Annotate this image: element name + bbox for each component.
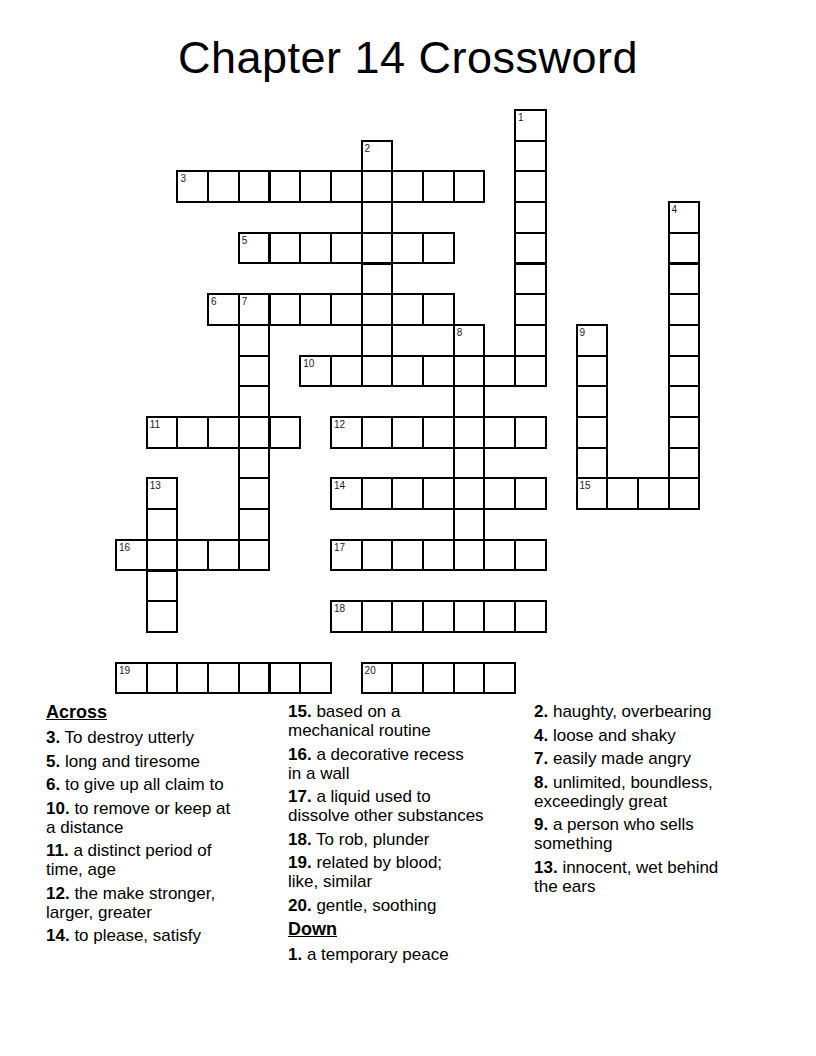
clue-number: 12.: [46, 884, 70, 903]
clue-across-19: 19. related by blood; like, similar: [288, 853, 550, 891]
grid-cell-r6c8[interactable]: [361, 293, 394, 326]
clue-text: the make stronger, larger, greater: [46, 884, 215, 922]
grid-cell-r8c9[interactable]: [391, 355, 424, 388]
cell-number-13: 13: [148, 479, 177, 491]
grid-cell-r12c12[interactable]: [483, 477, 516, 510]
grid-cell-r14c11[interactable]: [453, 539, 486, 572]
grid-cell-r18c9[interactable]: [391, 662, 424, 695]
grid-cell-r8c15[interactable]: [576, 355, 609, 388]
across-header: Across: [46, 702, 308, 723]
cell-number-5: 5: [240, 234, 269, 246]
clue-text: a liquid used to dissolve other substanc…: [288, 787, 484, 825]
grid-cell-r7c15[interactable]: 9: [576, 324, 609, 357]
grid-cell-r4c10[interactable]: [422, 232, 455, 265]
grid-cell-r14c2[interactable]: [176, 539, 209, 572]
grid-cell-r14c7[interactable]: 17: [330, 539, 363, 572]
grid-cell-r8c11[interactable]: [453, 355, 486, 388]
clue-number: 1.: [288, 945, 302, 964]
grid-cell-r11c15[interactable]: [576, 447, 609, 480]
grid-cell-r7c4[interactable]: [238, 324, 271, 357]
clue-text: To destroy utterly: [65, 728, 194, 747]
grid-cell-r12c8[interactable]: [361, 477, 394, 510]
grid-cell-r8c7[interactable]: [330, 355, 363, 388]
clue-across-10: 10. to remove or keep at a distance: [46, 799, 308, 837]
grid-cell-r10c18[interactable]: [668, 416, 701, 449]
grid-cell-r6c9[interactable]: [391, 293, 424, 326]
grid-cell-r5c8[interactable]: [361, 263, 394, 296]
grid-cell-r14c9[interactable]: [391, 539, 424, 572]
cell-number-15: 15: [578, 479, 607, 491]
grid-cell-r12c4[interactable]: [238, 477, 271, 510]
cell-number-16: 16: [117, 541, 146, 553]
clue-number: 5.: [46, 752, 60, 771]
grid-cell-r2c3[interactable]: [207, 170, 240, 203]
cell-number-2: 2: [363, 142, 392, 154]
grid-cell-r2c8[interactable]: [361, 170, 394, 203]
clue-text: a temporary peace: [307, 945, 449, 964]
grid-cell-r1c13[interactable]: [514, 140, 547, 173]
grid-cell-r10c9[interactable]: [391, 416, 424, 449]
crossword-grid: 1234567891011121314151617181920: [116, 110, 700, 694]
grid-cell-r4c4[interactable]: 5: [238, 232, 271, 265]
clue-down-2: 2. haughty, overbearing: [534, 702, 796, 721]
grid-cell-r9c18[interactable]: [668, 385, 701, 418]
grid-cell-r13c4[interactable]: [238, 508, 271, 541]
grid-cell-r7c18[interactable]: [668, 324, 701, 357]
clue-down-8: 8. unlimited, boundless, exceedingly gre…: [534, 773, 796, 811]
grid-cell-r4c8[interactable]: [361, 232, 394, 265]
cell-number-14: 14: [332, 479, 361, 491]
grid-cell-r5c13[interactable]: [514, 263, 547, 296]
clue-number: 6.: [46, 775, 60, 794]
cell-number-18: 18: [332, 602, 361, 614]
grid-cell-r14c8[interactable]: [361, 539, 394, 572]
grid-cell-r14c4[interactable]: [238, 539, 271, 572]
clue-number: 19.: [288, 853, 312, 872]
grid-cell-r12c7[interactable]: 14: [330, 477, 363, 510]
grid-cell-r2c7[interactable]: [330, 170, 363, 203]
grid-cell-r8c6[interactable]: 10: [299, 355, 332, 388]
grid-cell-r6c10[interactable]: [422, 293, 455, 326]
grid-cell-r10c15[interactable]: [576, 416, 609, 449]
grid-cell-r8c8[interactable]: [361, 355, 394, 388]
clue-number: 20.: [288, 896, 312, 915]
grid-cell-r16c12[interactable]: [483, 600, 516, 633]
clue-text: a person who sells something: [534, 815, 694, 853]
grid-cell-r18c4[interactable]: [238, 662, 271, 695]
grid-cell-r12c16[interactable]: [606, 477, 639, 510]
grid-cell-r12c13[interactable]: [514, 477, 547, 510]
grid-cell-r11c4[interactable]: [238, 447, 271, 480]
grid-cell-r9c15[interactable]: [576, 385, 609, 418]
grid-cell-r10c1[interactable]: 11: [146, 416, 179, 449]
grid-cell-r2c10[interactable]: [422, 170, 455, 203]
grid-cell-r7c13[interactable]: [514, 324, 547, 357]
clue-text: to please, satisfy: [74, 926, 201, 945]
cell-number-4: 4: [670, 203, 699, 215]
clue-text: haughty, overbearing: [553, 702, 711, 721]
clue-across-12: 12. the make stronger, larger, greater: [46, 884, 308, 922]
grid-cell-r18c10[interactable]: [422, 662, 455, 695]
cell-number-8: 8: [455, 326, 484, 338]
grid-cell-r16c7[interactable]: 18: [330, 600, 363, 633]
clue-number: 17.: [288, 787, 312, 806]
grid-cell-r4c13[interactable]: [514, 232, 547, 265]
grid-cell-r2c13[interactable]: [514, 170, 547, 203]
grid-cell-r10c5[interactable]: [269, 416, 302, 449]
grid-cell-r3c13[interactable]: [514, 201, 547, 234]
grid-cell-r8c13[interactable]: [514, 355, 547, 388]
grid-cell-r12c17[interactable]: [637, 477, 670, 510]
grid-cell-r10c12[interactable]: [483, 416, 516, 449]
cell-number-17: 17: [332, 541, 361, 553]
clue-across-15: 15. based on a mechanical routine: [288, 702, 550, 740]
grid-cell-r4c18[interactable]: [668, 232, 701, 265]
grid-cell-r7c8[interactable]: [361, 324, 394, 357]
grid-cell-r2c2[interactable]: 3: [176, 170, 209, 203]
clue-across-11: 11. a distinct period of time, age: [46, 841, 308, 879]
clue-number: 16.: [288, 745, 312, 764]
grid-cell-r10c7[interactable]: 12: [330, 416, 363, 449]
grid-cell-r10c2[interactable]: [176, 416, 209, 449]
grid-cell-r4c5[interactable]: [269, 232, 302, 265]
grid-cell-r7c11[interactable]: 8: [453, 324, 486, 357]
grid-cell-r6c18[interactable]: [668, 293, 701, 326]
grid-cell-r6c6[interactable]: [299, 293, 332, 326]
clue-number: 2.: [534, 702, 548, 721]
clue-column-1: Across3. To destroy utterly5. long and t…: [46, 702, 308, 950]
grid-cell-r11c18[interactable]: [668, 447, 701, 480]
clue-number: 8.: [534, 773, 548, 792]
grid-cell-r10c8[interactable]: [361, 416, 394, 449]
grid-cell-r16c13[interactable]: [514, 600, 547, 633]
grid-cell-r12c11[interactable]: [453, 477, 486, 510]
grid-cell-r18c11[interactable]: [453, 662, 486, 695]
grid-cell-r1c8[interactable]: 2: [361, 140, 394, 173]
grid-cell-r2c11[interactable]: [453, 170, 486, 203]
grid-cell-r2c6[interactable]: [299, 170, 332, 203]
clue-across-16: 16. a decorative recess in a wall: [288, 745, 550, 783]
grid-cell-r15c1[interactable]: [146, 570, 179, 603]
grid-cell-r13c11[interactable]: [453, 508, 486, 541]
grid-cell-r18c3[interactable]: [207, 662, 240, 695]
grid-cell-r8c12[interactable]: [483, 355, 516, 388]
clue-number: 10.: [46, 799, 70, 818]
grid-cell-r8c10[interactable]: [422, 355, 455, 388]
grid-cell-r18c5[interactable]: [269, 662, 302, 695]
grid-cell-r14c0[interactable]: 16: [115, 539, 148, 572]
grid-cell-r14c10[interactable]: [422, 539, 455, 572]
clue-down-13: 13. innocent, wet behind the ears: [534, 858, 796, 896]
grid-cell-r18c8[interactable]: 20: [361, 662, 394, 695]
grid-cell-r14c1[interactable]: [146, 539, 179, 572]
grid-cell-r6c3[interactable]: 6: [207, 293, 240, 326]
clue-across-6: 6. to give up all claim to: [46, 775, 308, 794]
grid-cell-r16c9[interactable]: [391, 600, 424, 633]
clue-text: easily made angry: [553, 749, 691, 768]
cell-number-7: 7: [240, 295, 269, 307]
grid-cell-r9c4[interactable]: [238, 385, 271, 418]
clue-number: 9.: [534, 815, 548, 834]
grid-cell-r13c1[interactable]: [146, 508, 179, 541]
grid-cell-r18c12[interactable]: [483, 662, 516, 695]
grid-cell-r11c11[interactable]: [453, 447, 486, 480]
grid-cell-r16c8[interactable]: [361, 600, 394, 633]
cell-number-11: 11: [148, 418, 177, 430]
clue-number: 4.: [534, 726, 548, 745]
clue-text: loose and shaky: [553, 726, 676, 745]
grid-cell-r4c6[interactable]: [299, 232, 332, 265]
cell-number-20: 20: [363, 664, 392, 676]
clue-across-18: 18. To rob, plunder: [288, 830, 550, 849]
grid-cell-r10c13[interactable]: [514, 416, 547, 449]
grid-cell-r2c9[interactable]: [391, 170, 424, 203]
cell-number-10: 10: [301, 357, 330, 369]
grid-cell-r14c12[interactable]: [483, 539, 516, 572]
grid-cell-r16c10[interactable]: [422, 600, 455, 633]
clue-text: unlimited, boundless, exceedingly great: [534, 773, 713, 811]
grid-cell-r6c13[interactable]: [514, 293, 547, 326]
clue-number: 11.: [46, 841, 69, 860]
clue-text: related by blood; like, similar: [288, 853, 442, 891]
grid-cell-r2c5[interactable]: [269, 170, 302, 203]
worksheet-page: Chapter 14 Crossword 1234567891011121314…: [0, 0, 816, 1056]
clue-across-3: 3. To destroy utterly: [46, 728, 308, 747]
grid-cell-r12c9[interactable]: [391, 477, 424, 510]
grid-cell-r12c18[interactable]: [668, 477, 701, 510]
clue-column-3: 2. haughty, overbearing4. loose and shak…: [534, 702, 796, 900]
down-header: Down: [288, 919, 550, 940]
grid-cell-r8c4[interactable]: [238, 355, 271, 388]
clue-number: 15.: [288, 702, 312, 721]
clue-down-4: 4. loose and shaky: [534, 726, 796, 745]
clue-text: to give up all claim to: [65, 775, 224, 794]
grid-cell-r6c7[interactable]: [330, 293, 363, 326]
grid-cell-r16c11[interactable]: [453, 600, 486, 633]
clue-text: a distinct period of time, age: [46, 841, 211, 879]
grid-cell-r14c13[interactable]: [514, 539, 547, 572]
clue-text: innocent, wet behind the ears: [534, 858, 718, 896]
grid-cell-r14c3[interactable]: [207, 539, 240, 572]
grid-cell-r6c4[interactable]: 7: [238, 293, 271, 326]
cell-number-3: 3: [178, 172, 207, 184]
grid-cell-r16c1[interactable]: [146, 600, 179, 633]
grid-cell-r5c18[interactable]: [668, 263, 701, 296]
clue-across-14: 14. to please, satisfy: [46, 926, 308, 945]
clue-down-1: 1. a temporary peace: [288, 945, 550, 964]
cell-number-9: 9: [578, 326, 607, 338]
grid-cell-r2c4[interactable]: [238, 170, 271, 203]
grid-cell-r12c15[interactable]: 15: [576, 477, 609, 510]
grid-cell-r4c7[interactable]: [330, 232, 363, 265]
cell-number-1: 1: [516, 111, 545, 123]
clue-column-2: 15. based on a mechanical routine16. a d…: [288, 702, 550, 969]
grid-cell-r12c10[interactable]: [422, 477, 455, 510]
clue-text: a decorative recess in a wall: [288, 745, 464, 783]
clue-across-5: 5. long and tiresome: [46, 752, 308, 771]
grid-cell-r12c1[interactable]: 13: [146, 477, 179, 510]
cell-number-6: 6: [209, 295, 238, 307]
grid-cell-r10c11[interactable]: [453, 416, 486, 449]
clue-text: gentle, soothing: [316, 896, 436, 915]
grid-cell-r18c6[interactable]: [299, 662, 332, 695]
clue-text: long and tiresome: [65, 752, 200, 771]
clue-number: 14.: [46, 926, 70, 945]
clue-text: To rob, plunder: [316, 830, 429, 849]
puzzle-title: Chapter 14 Crossword: [0, 33, 816, 83]
grid-cell-r18c1[interactable]: [146, 662, 179, 695]
clue-across-20: 20. gentle, soothing: [288, 896, 550, 915]
clue-number: 18.: [288, 830, 312, 849]
grid-cell-r18c0[interactable]: 19: [115, 662, 148, 695]
cell-number-19: 19: [117, 664, 146, 676]
grid-cell-r3c8[interactable]: [361, 201, 394, 234]
clue-down-7: 7. easily made angry: [534, 749, 796, 768]
grid-cell-r6c5[interactable]: [269, 293, 302, 326]
grid-cell-r4c9[interactable]: [391, 232, 424, 265]
clue-down-9: 9. a person who sells something: [534, 815, 796, 853]
clue-number: 13.: [534, 858, 558, 877]
grid-cell-r10c4[interactable]: [238, 416, 271, 449]
grid-cell-r3c18[interactable]: 4: [668, 201, 701, 234]
cell-number-12: 12: [332, 418, 361, 430]
clue-text: to remove or keep at a distance: [46, 799, 230, 837]
clue-number: 3.: [46, 728, 60, 747]
grid-cell-r10c3[interactable]: [207, 416, 240, 449]
grid-cell-r0c13[interactable]: 1: [514, 109, 547, 142]
clue-across-17: 17. a liquid used to dissolve other subs…: [288, 787, 550, 825]
clue-number: 7.: [534, 749, 548, 768]
grid-cell-r18c2[interactable]: [176, 662, 209, 695]
grid-cell-r9c11[interactable]: [453, 385, 486, 418]
grid-cell-r8c18[interactable]: [668, 355, 701, 388]
grid-cell-r10c10[interactable]: [422, 416, 455, 449]
